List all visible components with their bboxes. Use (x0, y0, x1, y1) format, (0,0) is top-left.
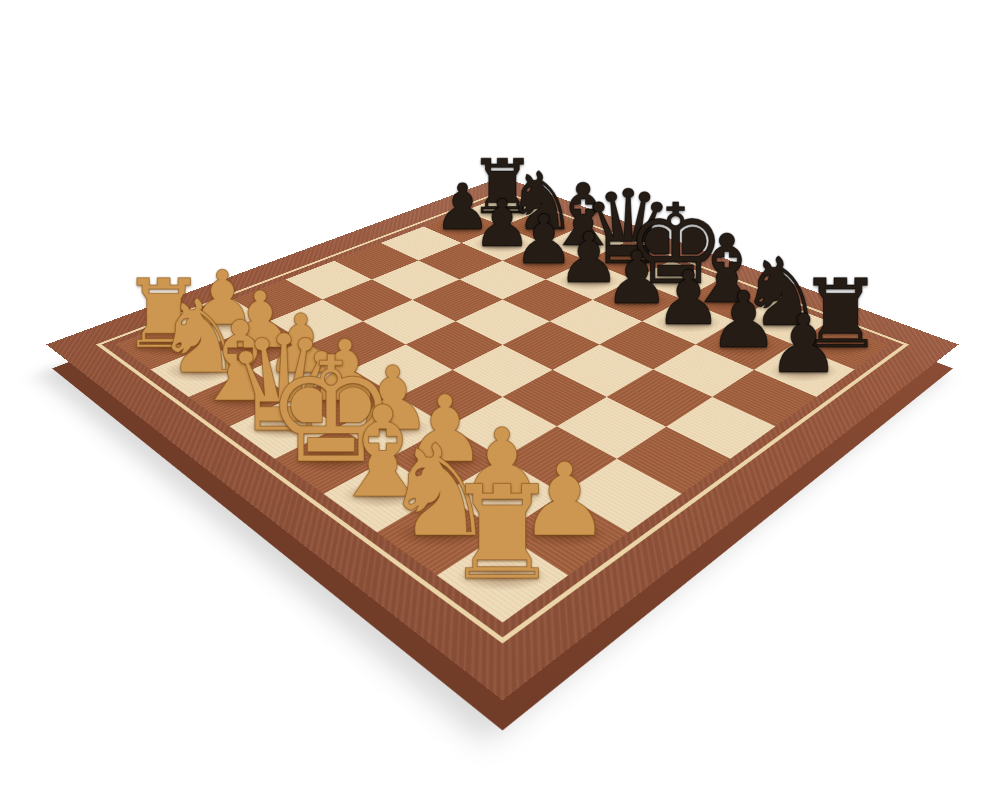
chess-set-photo: ♜♟♞♟♝♟♛♟♚♟♝♟♟♞♜♟♟♜♞♟♟♝♟♛♟♚♟♝♟♞♟♜ (0, 0, 1000, 800)
board-maple-inlay-line (96, 191, 909, 644)
chess-board (46, 177, 958, 701)
board-grid (116, 196, 890, 622)
